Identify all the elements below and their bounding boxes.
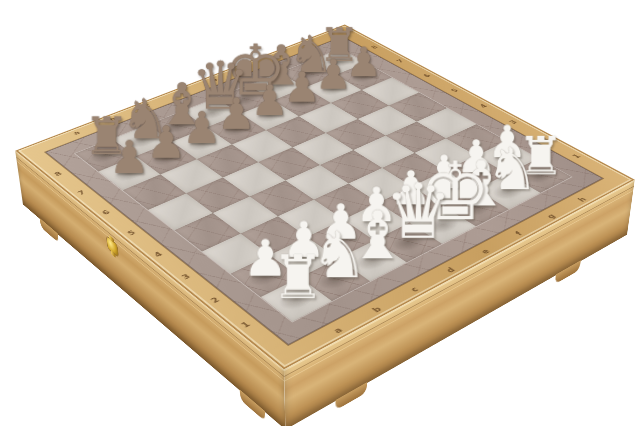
chess-box: abcdefgh abcdefgh 87654321 87654321 ♜♞♝♛… [15, 25, 635, 370]
box-foot [39, 218, 58, 243]
square-a6 [123, 174, 186, 209]
piece-brown-pawn: ♟ [107, 135, 151, 180]
box-foot [335, 382, 366, 410]
piece-white-rook: ♜ [271, 247, 322, 307]
square-a1: ♜ [261, 277, 332, 321]
brass-latch-icon [107, 236, 119, 257]
box-foot [240, 389, 266, 421]
square-b5 [186, 177, 250, 213]
chess-set-photo: abcdefgh abcdefgh 87654321 87654321 ♜♞♝♛… [0, 0, 640, 426]
square-b6 [161, 159, 223, 193]
box-foot [555, 260, 581, 284]
marble-border: ♜♞♝♛♚♝♞♜♟♟♟♟♟♟♟♟♟♟♟♟♟♟♟♟♜♞♝♛♚♝♞♜ [45, 37, 603, 345]
square-a7: ♟ [99, 156, 161, 190]
wood-frame: abcdefgh abcdefgh 87654321 87654321 ♜♞♝♛… [15, 25, 635, 370]
